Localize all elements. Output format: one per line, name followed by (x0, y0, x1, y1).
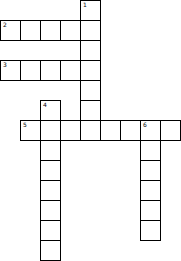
cell-r6c8[interactable] (160, 120, 181, 141)
cell-r3c1[interactable] (20, 60, 41, 81)
cell-r7c2[interactable] (40, 140, 61, 161)
cell-r6c7[interactable]: 6 (140, 120, 161, 141)
cell-r7c7[interactable] (140, 140, 161, 161)
clue-number-3: 3 (3, 61, 7, 68)
clue-number-6: 6 (143, 121, 147, 128)
cell-r6c6[interactable] (120, 120, 141, 141)
cell-r3c4[interactable] (80, 60, 101, 81)
clue-number-4: 4 (43, 101, 47, 108)
cell-r8c2[interactable] (40, 160, 61, 181)
cell-r6c1[interactable]: 5 (20, 120, 41, 141)
cell-r1c2[interactable] (40, 20, 61, 41)
cell-r6c2[interactable] (40, 120, 61, 141)
clue-number-1: 1 (83, 1, 87, 8)
cell-r5c2[interactable]: 4 (40, 100, 61, 121)
clue-number-5: 5 (23, 121, 27, 128)
cell-r6c5[interactable] (100, 120, 121, 141)
cell-r10c2[interactable] (40, 200, 61, 221)
cell-r1c3[interactable] (60, 20, 81, 41)
cell-r1c1[interactable] (20, 20, 41, 41)
cell-r6c4[interactable] (80, 120, 101, 141)
cell-r8c7[interactable] (140, 160, 161, 181)
cell-r3c2[interactable] (40, 60, 61, 81)
clue-number-2: 2 (3, 21, 7, 28)
cell-r11c2[interactable] (40, 220, 61, 241)
cell-r9c7[interactable] (140, 180, 161, 201)
crossword-board: 123456 (0, 0, 181, 261)
cell-r4c4[interactable] (80, 80, 101, 101)
cell-r11c7[interactable] (140, 220, 161, 241)
cell-r0c4[interactable]: 1 (80, 0, 101, 21)
cell-r1c0[interactable]: 2 (0, 20, 21, 41)
cell-r10c7[interactable] (140, 200, 161, 221)
cell-r1c4[interactable] (80, 20, 101, 41)
cell-r3c0[interactable]: 3 (0, 60, 21, 81)
cell-r6c3[interactable] (60, 120, 81, 141)
cell-r3c3[interactable] (60, 60, 81, 81)
cell-r2c4[interactable] (80, 40, 101, 61)
cell-r12c2[interactable] (40, 240, 61, 261)
cell-r9c2[interactable] (40, 180, 61, 201)
cell-r5c4[interactable] (80, 100, 101, 121)
